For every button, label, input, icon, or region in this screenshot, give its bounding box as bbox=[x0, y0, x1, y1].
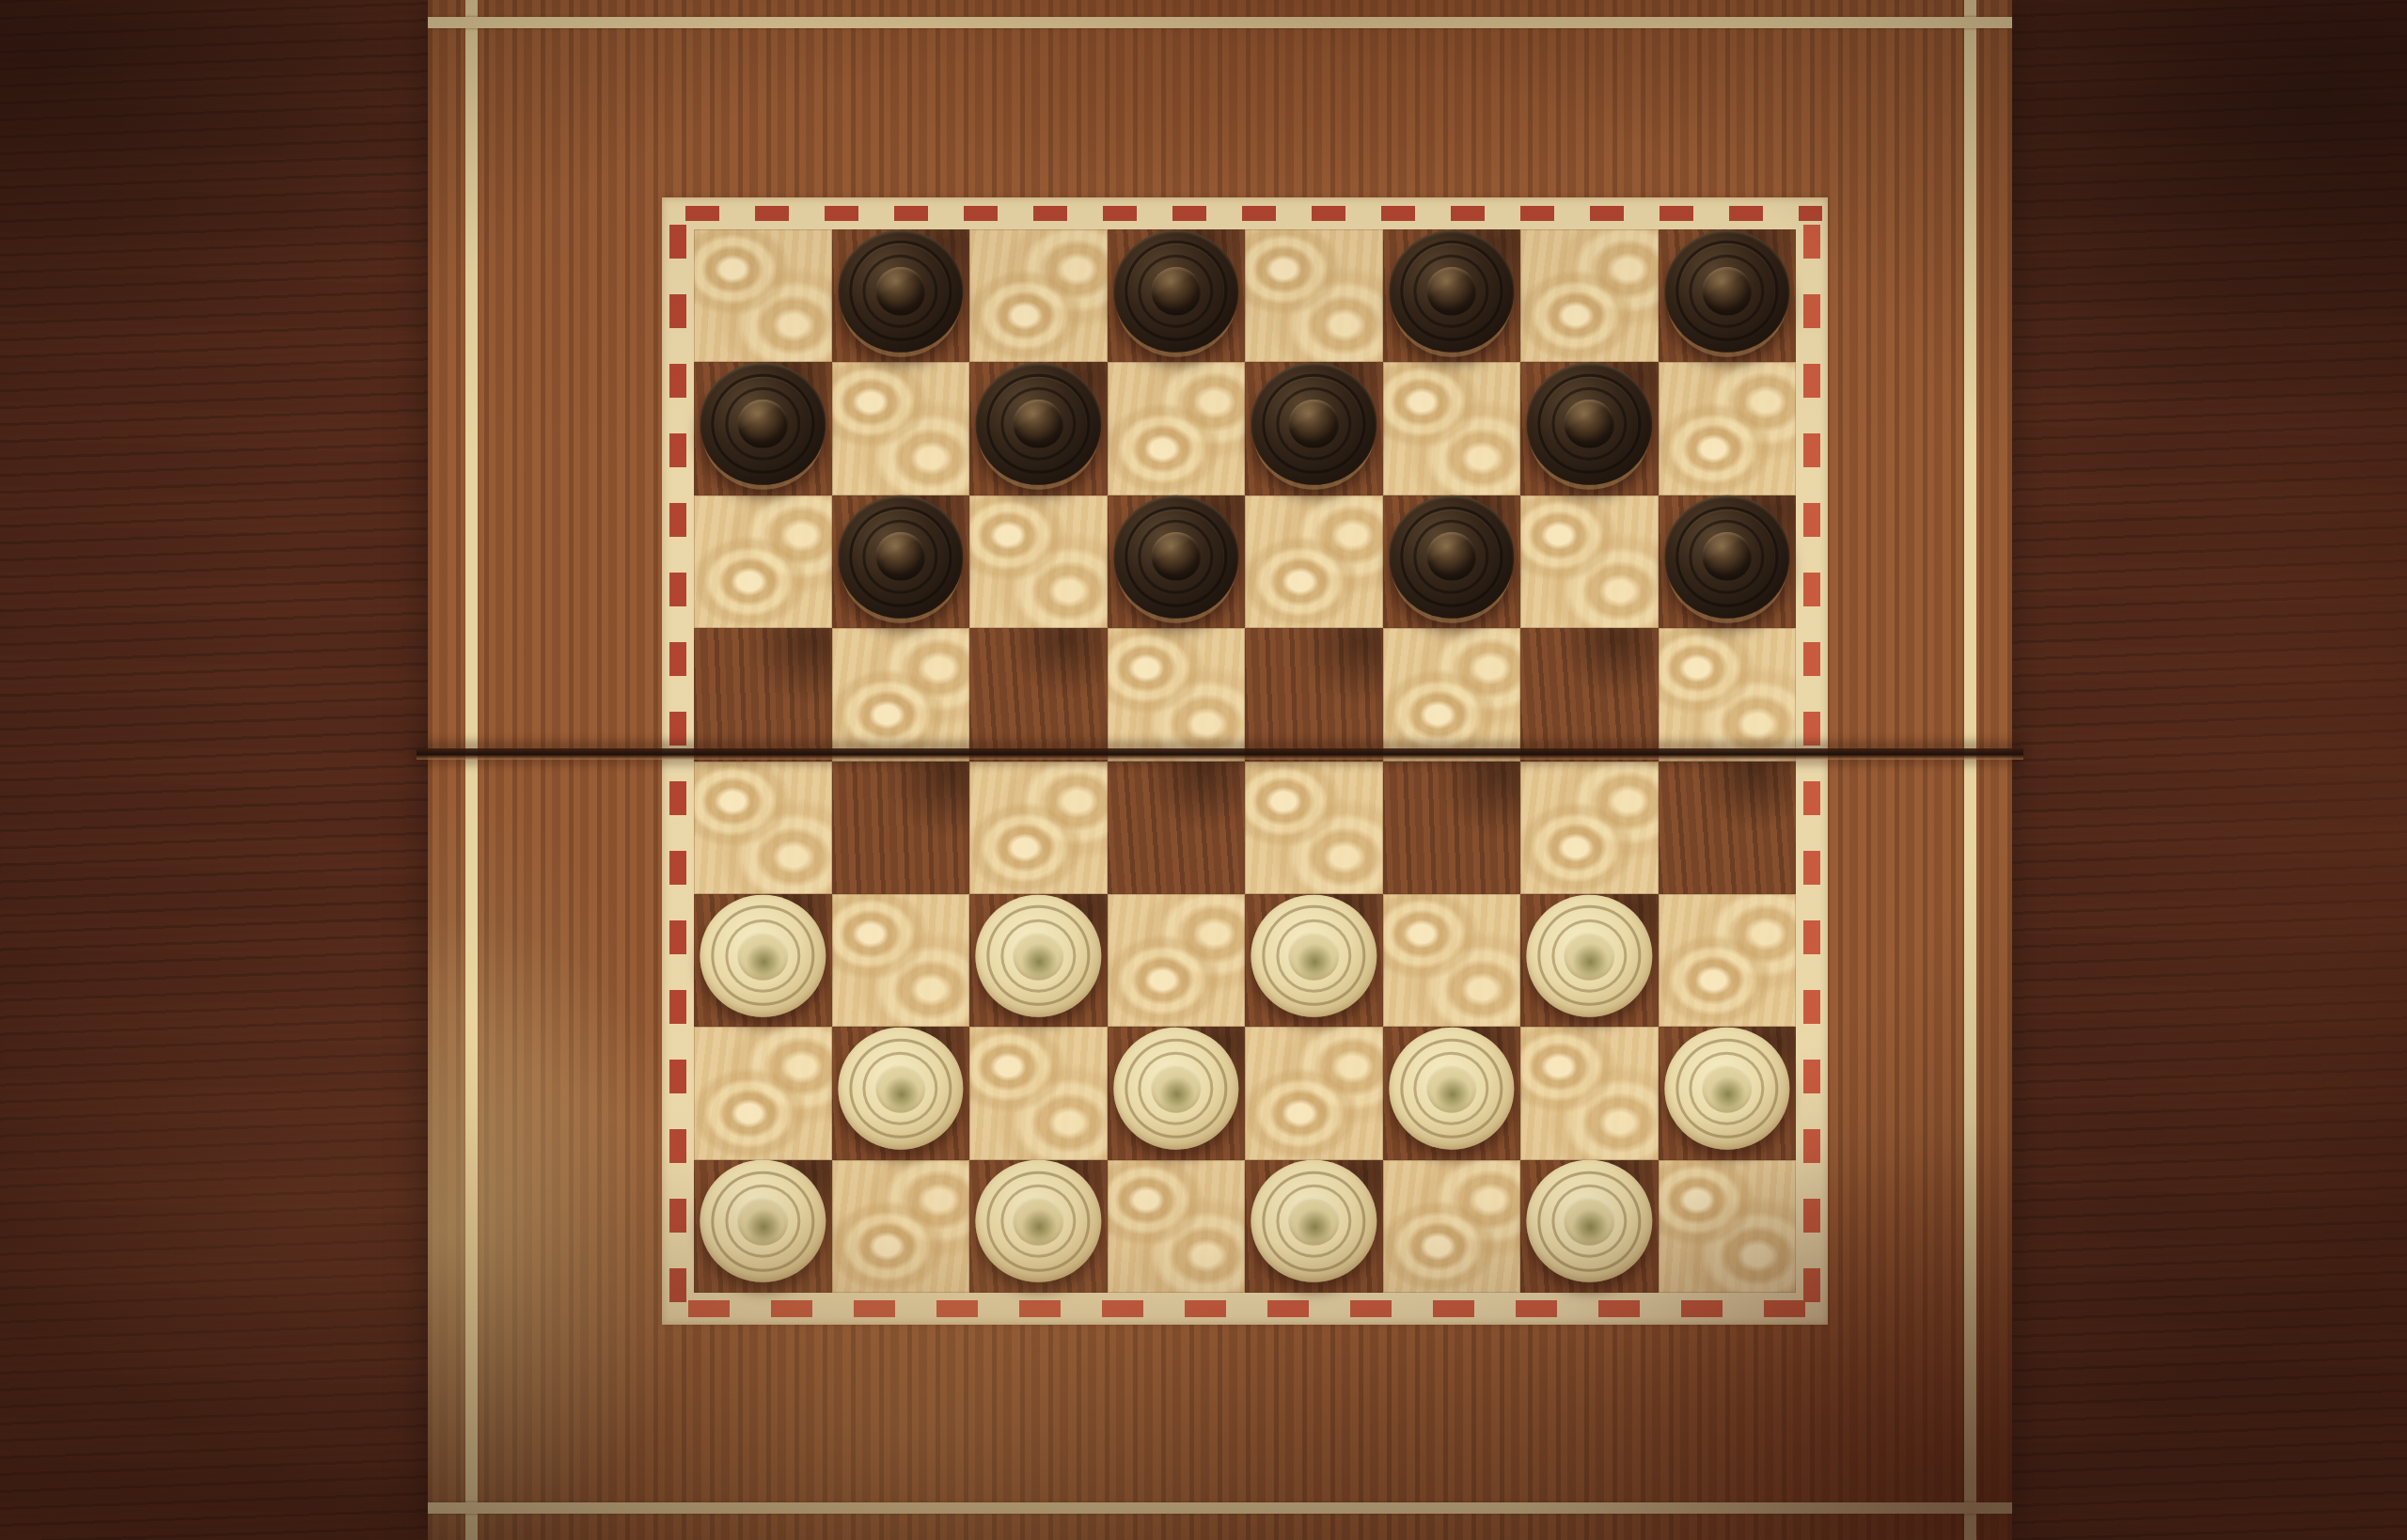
square-pdn-24[interactable] bbox=[1520, 894, 1659, 1027]
square-r7c7[interactable] bbox=[1520, 1027, 1659, 1159]
square-r2c8[interactable] bbox=[1659, 362, 1797, 495]
square-pdn-10[interactable] bbox=[1108, 495, 1246, 628]
piece-dome bbox=[738, 400, 788, 448]
square-r6c8[interactable] bbox=[1659, 894, 1797, 1027]
square-r4c2[interactable] bbox=[832, 628, 970, 761]
square-pdn-30[interactable] bbox=[969, 1160, 1108, 1293]
piece-dome bbox=[1702, 1064, 1752, 1113]
square-r1c5[interactable] bbox=[1245, 229, 1383, 362]
piece-dome bbox=[1151, 1064, 1201, 1113]
board-inlay-line-bottom bbox=[428, 1502, 2012, 1514]
light-man-pdn-24[interactable] bbox=[1527, 894, 1652, 1016]
light-man-pdn-25[interactable] bbox=[838, 1028, 963, 1150]
square-pdn-2[interactable] bbox=[1108, 229, 1246, 362]
piece-dome bbox=[1014, 1197, 1063, 1246]
square-pdn-6[interactable] bbox=[969, 362, 1108, 495]
dashed-border-right bbox=[1796, 197, 1828, 1325]
square-pdn-8[interactable] bbox=[1520, 362, 1659, 495]
square-r3c5[interactable] bbox=[1245, 495, 1383, 628]
board-grid bbox=[694, 229, 1796, 1293]
piece-dome bbox=[738, 1197, 788, 1246]
piece-dome bbox=[1565, 1197, 1614, 1246]
dark-man-pdn-11[interactable] bbox=[1389, 495, 1514, 618]
square-pdn-18[interactable] bbox=[1108, 762, 1246, 894]
square-r1c3[interactable] bbox=[969, 229, 1108, 362]
light-man-pdn-27[interactable] bbox=[1389, 1028, 1514, 1150]
square-r7c3[interactable] bbox=[969, 1027, 1108, 1159]
light-man-pdn-30[interactable] bbox=[976, 1160, 1101, 1282]
square-r4c8[interactable] bbox=[1659, 628, 1797, 761]
board-inlay-line-left bbox=[465, 0, 478, 1540]
dark-man-pdn-8[interactable] bbox=[1527, 363, 1652, 485]
square-pdn-32[interactable] bbox=[1520, 1160, 1659, 1293]
dark-man-pdn-7[interactable] bbox=[1251, 363, 1377, 485]
light-man-pdn-28[interactable] bbox=[1664, 1028, 1789, 1150]
square-pdn-17[interactable] bbox=[832, 762, 970, 894]
square-pdn-29[interactable] bbox=[694, 1160, 832, 1293]
dark-man-pdn-9[interactable] bbox=[838, 495, 963, 618]
square-pdn-15[interactable] bbox=[1245, 628, 1383, 761]
piece-dome bbox=[738, 931, 788, 980]
square-pdn-11[interactable] bbox=[1383, 495, 1521, 628]
piece-dome bbox=[1426, 532, 1476, 581]
square-pdn-3[interactable] bbox=[1383, 229, 1521, 362]
light-man-pdn-23[interactable] bbox=[1251, 894, 1377, 1016]
square-pdn-27[interactable] bbox=[1383, 1027, 1521, 1159]
light-man-pdn-29[interactable] bbox=[700, 1160, 826, 1282]
board-inlay-line-top bbox=[428, 17, 2012, 28]
dark-man-pdn-2[interactable] bbox=[1113, 229, 1238, 352]
piece-dome bbox=[1289, 400, 1339, 448]
square-r3c7[interactable] bbox=[1520, 495, 1659, 628]
light-man-pdn-32[interactable] bbox=[1527, 1160, 1652, 1282]
tabletop-photo bbox=[0, 0, 2407, 1540]
light-man-pdn-21[interactable] bbox=[700, 894, 826, 1016]
square-pdn-28[interactable] bbox=[1659, 1027, 1797, 1159]
light-man-pdn-31[interactable] bbox=[1251, 1160, 1377, 1282]
square-r8c2[interactable] bbox=[832, 1160, 970, 1293]
piece-dome bbox=[1151, 532, 1201, 581]
square-r5c1[interactable] bbox=[694, 762, 832, 894]
square-pdn-13[interactable] bbox=[694, 628, 832, 761]
square-r7c5[interactable] bbox=[1245, 1027, 1383, 1159]
square-pdn-22[interactable] bbox=[969, 894, 1108, 1027]
piece-dome bbox=[1565, 931, 1614, 980]
square-pdn-1[interactable] bbox=[832, 229, 970, 362]
square-r7c1[interactable] bbox=[694, 1027, 832, 1159]
piece-dome bbox=[1426, 1064, 1476, 1113]
dark-man-pdn-4[interactable] bbox=[1664, 229, 1789, 352]
dark-man-pdn-3[interactable] bbox=[1389, 229, 1514, 352]
piece-dome bbox=[1702, 532, 1752, 581]
dashed-border-top bbox=[662, 197, 1828, 229]
square-r4c6[interactable] bbox=[1383, 628, 1521, 761]
square-r3c3[interactable] bbox=[969, 495, 1108, 628]
fold-seam bbox=[417, 748, 2023, 760]
square-pdn-23[interactable] bbox=[1245, 894, 1383, 1027]
piece-dome bbox=[1289, 1197, 1339, 1246]
dark-man-pdn-1[interactable] bbox=[838, 229, 963, 352]
light-man-pdn-26[interactable] bbox=[1113, 1028, 1238, 1150]
piece-dome bbox=[1702, 266, 1752, 315]
square-r1c1[interactable] bbox=[694, 229, 832, 362]
piece-dome bbox=[1426, 266, 1476, 315]
square-pdn-12[interactable] bbox=[1659, 495, 1797, 628]
square-r4c4[interactable] bbox=[1108, 628, 1246, 761]
board-inlay-line-right bbox=[1964, 0, 1976, 1540]
piece-dome bbox=[1289, 931, 1339, 980]
square-r5c7[interactable] bbox=[1520, 762, 1659, 894]
square-pdn-14[interactable] bbox=[969, 628, 1108, 761]
square-r3c1[interactable] bbox=[694, 495, 832, 628]
square-r8c8[interactable] bbox=[1659, 1160, 1797, 1293]
square-pdn-5[interactable] bbox=[694, 362, 832, 495]
square-r2c4[interactable] bbox=[1108, 362, 1246, 495]
square-r2c6[interactable] bbox=[1383, 362, 1521, 495]
square-r2c2[interactable] bbox=[832, 362, 970, 495]
square-r6c2[interactable] bbox=[832, 894, 970, 1027]
square-pdn-25[interactable] bbox=[832, 1027, 970, 1159]
dark-man-pdn-6[interactable] bbox=[976, 363, 1101, 485]
piece-dome bbox=[1014, 400, 1063, 448]
piece-dome bbox=[875, 1064, 925, 1113]
square-r5c3[interactable] bbox=[969, 762, 1108, 894]
square-r1c7[interactable] bbox=[1520, 229, 1659, 362]
piece-dome bbox=[875, 532, 925, 581]
dark-man-pdn-12[interactable] bbox=[1664, 495, 1789, 618]
dashed-border-left bbox=[662, 197, 694, 1325]
square-r8c4[interactable] bbox=[1108, 1160, 1246, 1293]
checkers-board bbox=[428, 0, 2012, 1540]
dark-man-pdn-5[interactable] bbox=[700, 363, 826, 485]
dashed-border-bottom bbox=[662, 1293, 1828, 1325]
square-pdn-26[interactable] bbox=[1108, 1027, 1246, 1159]
square-pdn-21[interactable] bbox=[694, 894, 832, 1027]
light-man-pdn-22[interactable] bbox=[976, 894, 1101, 1016]
square-pdn-20[interactable] bbox=[1659, 762, 1797, 894]
piece-dome bbox=[1014, 931, 1063, 980]
piece-dome bbox=[875, 266, 925, 315]
piece-dome bbox=[1151, 266, 1201, 315]
square-r8c6[interactable] bbox=[1383, 1160, 1521, 1293]
square-pdn-7[interactable] bbox=[1245, 362, 1383, 495]
square-pdn-16[interactable] bbox=[1520, 628, 1659, 761]
piece-dome bbox=[1565, 400, 1614, 448]
square-r5c5[interactable] bbox=[1245, 762, 1383, 894]
square-pdn-4[interactable] bbox=[1659, 229, 1797, 362]
dark-man-pdn-10[interactable] bbox=[1113, 495, 1238, 618]
square-r6c4[interactable] bbox=[1108, 894, 1246, 1027]
square-pdn-19[interactable] bbox=[1383, 762, 1521, 894]
square-pdn-31[interactable] bbox=[1245, 1160, 1383, 1293]
square-r6c6[interactable] bbox=[1383, 894, 1521, 1027]
square-pdn-9[interactable] bbox=[832, 495, 970, 628]
